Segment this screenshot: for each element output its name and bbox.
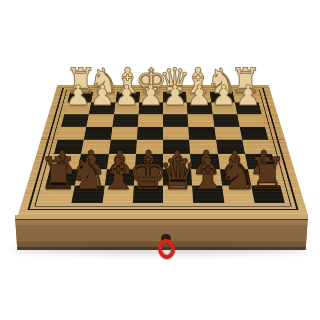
square-d7 — [163, 169, 192, 185]
square-a7 — [248, 169, 281, 185]
square-a2 — [235, 103, 262, 115]
square-b3 — [212, 114, 239, 126]
square-a4 — [239, 127, 268, 140]
square-b8 — [222, 185, 255, 203]
square-a1 — [233, 92, 259, 103]
square-e5 — [136, 140, 163, 154]
square-h8 — [41, 185, 75, 203]
square-f4 — [110, 127, 137, 140]
square-b6 — [218, 154, 248, 169]
square-c5 — [189, 140, 217, 154]
checkered-squares — [41, 92, 285, 203]
product-photo: ♜♞♝♚♛♝♞♜♟♟♟♟♟♟♟♟♟♟♟♟♟♟♟♟♜♞♝♚♛♝♞♜ — [0, 0, 320, 320]
square-b2 — [211, 103, 237, 115]
square-c2 — [187, 103, 212, 115]
square-f2 — [114, 103, 139, 115]
square-g3 — [87, 114, 114, 126]
square-d3 — [163, 114, 188, 126]
square-f7 — [104, 169, 134, 185]
square-b5 — [216, 140, 245, 154]
square-a5 — [242, 140, 272, 154]
square-d4 — [163, 127, 189, 140]
square-h3 — [61, 114, 89, 126]
square-c1 — [186, 92, 211, 103]
square-e4 — [137, 127, 163, 140]
square-d6 — [163, 154, 191, 169]
square-c8 — [192, 185, 224, 203]
square-b1 — [209, 92, 234, 103]
square-d2 — [163, 103, 188, 115]
chess-board — [18, 85, 308, 215]
square-f1 — [115, 92, 140, 103]
board-fold-seam — [41, 139, 286, 140]
square-g4 — [84, 127, 112, 140]
square-a3 — [237, 114, 265, 126]
square-a6 — [245, 154, 276, 169]
square-e3 — [138, 114, 163, 126]
square-a8 — [251, 185, 285, 203]
square-f3 — [112, 114, 138, 126]
square-f5 — [108, 140, 136, 154]
square-f8 — [102, 185, 134, 203]
square-g2 — [89, 103, 115, 115]
square-e6 — [135, 154, 163, 169]
square-e8 — [133, 185, 163, 203]
square-e1 — [139, 92, 163, 103]
square-c4 — [188, 127, 215, 140]
square-d8 — [163, 185, 193, 203]
square-h1 — [67, 92, 93, 103]
square-g5 — [81, 140, 110, 154]
square-b7 — [219, 169, 250, 185]
square-b4 — [214, 127, 242, 140]
square-g8 — [72, 185, 105, 203]
square-g1 — [91, 92, 116, 103]
square-h4 — [58, 127, 87, 140]
square-c3 — [188, 114, 214, 126]
square-h5 — [54, 140, 84, 154]
square-e2 — [138, 103, 163, 115]
square-d1 — [163, 92, 187, 103]
square-d5 — [163, 140, 190, 154]
square-e7 — [134, 169, 163, 185]
square-c7 — [191, 169, 221, 185]
square-f6 — [107, 154, 136, 169]
square-g7 — [75, 169, 106, 185]
square-h6 — [50, 154, 81, 169]
square-h2 — [64, 103, 91, 115]
square-g6 — [78, 154, 108, 169]
square-h7 — [46, 169, 79, 185]
square-c6 — [190, 154, 219, 169]
